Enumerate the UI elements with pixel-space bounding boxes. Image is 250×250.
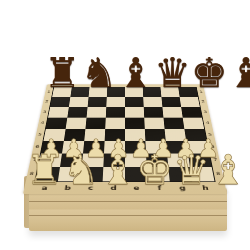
square-c7	[82, 154, 104, 167]
square-a5	[43, 129, 65, 141]
rank-label: 1	[197, 87, 206, 97]
square-g6	[166, 141, 188, 154]
square-b8	[58, 167, 82, 181]
square-f3	[144, 107, 164, 118]
square-h2	[180, 97, 200, 107]
square-e3	[125, 107, 144, 118]
file-label: e	[125, 183, 148, 192]
square-b6	[62, 141, 84, 154]
square-f7	[146, 154, 168, 167]
square-f1	[143, 87, 162, 97]
square-d7	[103, 154, 125, 167]
square-g4	[163, 118, 184, 129]
square-d2	[106, 97, 125, 107]
square-h8	[190, 167, 215, 181]
square-c8	[80, 167, 103, 181]
square-c2	[88, 97, 107, 107]
file-label: b	[55, 183, 79, 192]
file-label: g	[170, 183, 194, 192]
chess-board: 1 2 3 4 5 6 7 8 1 2 3 4 5 6 7 8 a b c d …	[23, 84, 227, 194]
rank-label: 7	[210, 154, 221, 167]
square-b1	[70, 87, 89, 97]
square-d8	[103, 167, 125, 181]
box-front-face	[29, 188, 227, 231]
square-d5	[105, 129, 125, 141]
square-a2	[50, 97, 70, 107]
square-e6	[125, 141, 146, 154]
square-e2	[125, 97, 144, 107]
square-g5	[165, 129, 187, 141]
square-h1	[178, 87, 198, 97]
square-g1	[160, 87, 179, 97]
square-b7	[60, 154, 83, 167]
rank-label: 5	[205, 129, 215, 141]
square-a4	[46, 118, 67, 129]
square-a1	[52, 87, 72, 97]
square-a3	[48, 107, 69, 118]
square-a8	[35, 167, 60, 181]
square-g3	[162, 107, 182, 118]
square-f5	[145, 129, 166, 141]
square-h7	[188, 154, 212, 167]
square-c4	[85, 118, 105, 129]
square-a6	[41, 141, 64, 154]
square-h4	[183, 118, 204, 129]
square-h3	[181, 107, 202, 118]
box-slat-seam	[29, 215, 227, 216]
square-b3	[67, 107, 87, 118]
rank-label: 6	[207, 141, 218, 154]
black-bishop: ♝	[228, 53, 250, 94]
chess-set-photo: 1 2 3 4 5 6 7 8 1 2 3 4 5 6 7 8 a b c d …	[0, 0, 250, 250]
square-d1	[107, 87, 125, 97]
square-h6	[186, 141, 209, 154]
square-h5	[184, 129, 206, 141]
square-c6	[83, 141, 105, 154]
square-f4	[144, 118, 164, 129]
square-e5	[125, 129, 145, 141]
square-a7	[38, 154, 62, 167]
square-e8	[125, 167, 147, 181]
file-label: c	[79, 183, 103, 192]
square-b5	[64, 129, 86, 141]
square-f6	[145, 141, 167, 154]
file-label: h	[193, 183, 218, 192]
square-d3	[106, 107, 125, 118]
square-b4	[66, 118, 87, 129]
rank-label: 2	[199, 97, 208, 107]
square-b2	[69, 97, 89, 107]
square-e4	[125, 118, 145, 129]
file-label: f	[148, 183, 172, 192]
square-g8	[168, 167, 192, 181]
board-grid	[34, 87, 215, 182]
square-d6	[104, 141, 125, 154]
square-c1	[89, 87, 108, 97]
square-d4	[105, 118, 125, 129]
square-f2	[143, 97, 162, 107]
white-knight: ♞	[247, 150, 250, 191]
rank-label: 4	[203, 118, 213, 129]
square-c3	[87, 107, 107, 118]
rank-label: 3	[201, 107, 211, 118]
square-f8	[147, 167, 170, 181]
square-e1	[125, 87, 143, 97]
square-e7	[125, 154, 147, 167]
square-g7	[167, 154, 190, 167]
square-g2	[161, 97, 181, 107]
file-label: a	[32, 183, 57, 192]
rank-label: 8	[213, 167, 225, 181]
file-labels-bottom: a b c d e f g h	[32, 183, 217, 192]
box-slat-seam	[29, 201, 227, 202]
file-label: d	[102, 183, 125, 192]
square-c5	[84, 129, 105, 141]
